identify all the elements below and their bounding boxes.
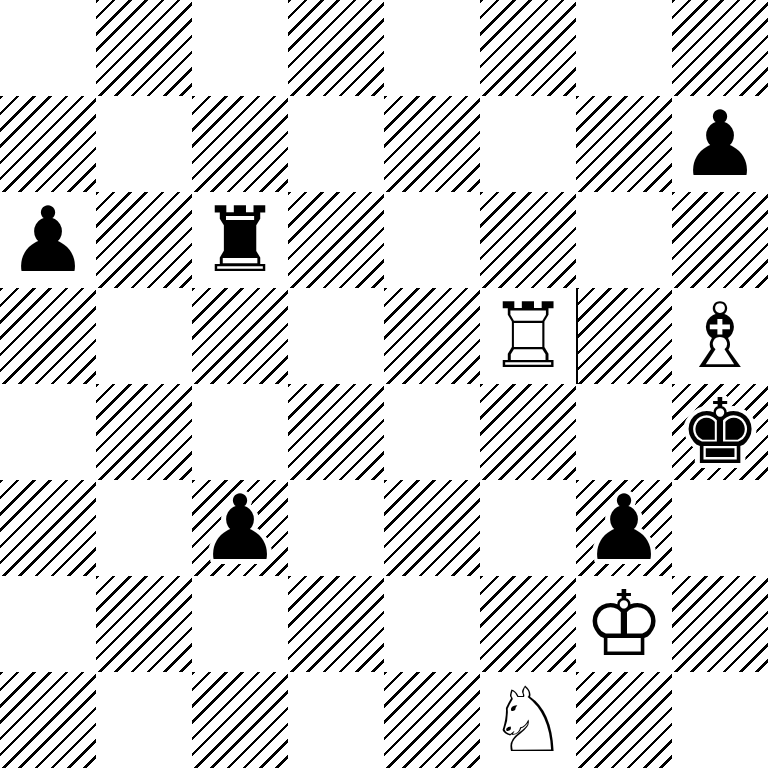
square-c2[interactable]	[192, 576, 288, 672]
square-b7[interactable]	[96, 96, 192, 192]
square-h1[interactable]	[672, 672, 768, 768]
square-b1[interactable]	[96, 672, 192, 768]
square-h8[interactable]	[672, 0, 768, 96]
square-e5[interactable]	[384, 288, 480, 384]
square-h2[interactable]	[672, 576, 768, 672]
square-c6[interactable]: ♜	[192, 192, 288, 288]
square-b6[interactable]	[96, 192, 192, 288]
square-f2[interactable]	[480, 576, 576, 672]
square-f8[interactable]	[480, 0, 576, 96]
white-bishop[interactable]: ♗	[680, 288, 761, 384]
square-a4[interactable]	[0, 384, 96, 480]
square-b8[interactable]	[96, 0, 192, 96]
square-c4[interactable]	[192, 384, 288, 480]
square-a5[interactable]	[0, 288, 96, 384]
square-d8[interactable]	[288, 0, 384, 96]
square-d6[interactable]	[288, 192, 384, 288]
square-d1[interactable]	[288, 672, 384, 768]
square-b2[interactable]	[96, 576, 192, 672]
square-c8[interactable]	[192, 0, 288, 96]
square-e3[interactable]	[384, 480, 480, 576]
square-b4[interactable]	[96, 384, 192, 480]
square-e4[interactable]	[384, 384, 480, 480]
square-a2[interactable]	[0, 576, 96, 672]
square-b3[interactable]	[96, 480, 192, 576]
square-f5[interactable]: ♖	[480, 288, 576, 384]
square-e8[interactable]	[384, 0, 480, 96]
square-f7[interactable]	[480, 96, 576, 192]
square-g6[interactable]	[576, 192, 672, 288]
square-d2[interactable]	[288, 576, 384, 672]
square-d7[interactable]	[288, 96, 384, 192]
square-g2[interactable]: ♔	[576, 576, 672, 672]
black-rook[interactable]: ♜	[200, 192, 281, 288]
square-a3[interactable]	[0, 480, 96, 576]
square-c5[interactable]	[192, 288, 288, 384]
square-e7[interactable]	[384, 96, 480, 192]
square-f4[interactable]	[480, 384, 576, 480]
square-c3[interactable]: ♟	[192, 480, 288, 576]
square-h4[interactable]: ♚	[672, 384, 768, 480]
black-pawn[interactable]: ♟	[680, 96, 761, 192]
square-e2[interactable]	[384, 576, 480, 672]
square-c1[interactable]	[192, 672, 288, 768]
square-g7[interactable]	[576, 96, 672, 192]
square-g4[interactable]	[576, 384, 672, 480]
square-d5[interactable]	[288, 288, 384, 384]
square-d4[interactable]	[288, 384, 384, 480]
square-h6[interactable]	[672, 192, 768, 288]
square-f3[interactable]	[480, 480, 576, 576]
square-h5[interactable]: ♗	[672, 288, 768, 384]
square-b5[interactable]	[96, 288, 192, 384]
square-a1[interactable]	[0, 672, 96, 768]
white-rook[interactable]: ♖	[488, 288, 569, 384]
white-king[interactable]: ♔	[584, 576, 665, 672]
square-a7[interactable]	[0, 96, 96, 192]
black-king[interactable]: ♚	[680, 384, 761, 480]
square-g3[interactable]: ♟	[576, 480, 672, 576]
white-knight[interactable]: ♘	[488, 672, 569, 768]
square-a8[interactable]	[0, 0, 96, 96]
square-a6[interactable]: ♟	[0, 192, 96, 288]
square-f6[interactable]	[480, 192, 576, 288]
chess-board: ♟♟♜♖♗♚♟♟♔♘	[0, 0, 768, 768]
square-h7[interactable]: ♟	[672, 96, 768, 192]
square-g8[interactable]	[576, 0, 672, 96]
square-e6[interactable]	[384, 192, 480, 288]
black-pawn[interactable]: ♟	[8, 192, 89, 288]
square-d3[interactable]	[288, 480, 384, 576]
square-e1[interactable]	[384, 672, 480, 768]
square-g1[interactable]	[576, 672, 672, 768]
square-g5[interactable]	[576, 288, 672, 384]
black-pawn[interactable]: ♟	[584, 480, 665, 576]
black-pawn[interactable]: ♟	[200, 480, 281, 576]
square-h3[interactable]	[672, 480, 768, 576]
square-c7[interactable]	[192, 96, 288, 192]
square-f1[interactable]: ♘	[480, 672, 576, 768]
